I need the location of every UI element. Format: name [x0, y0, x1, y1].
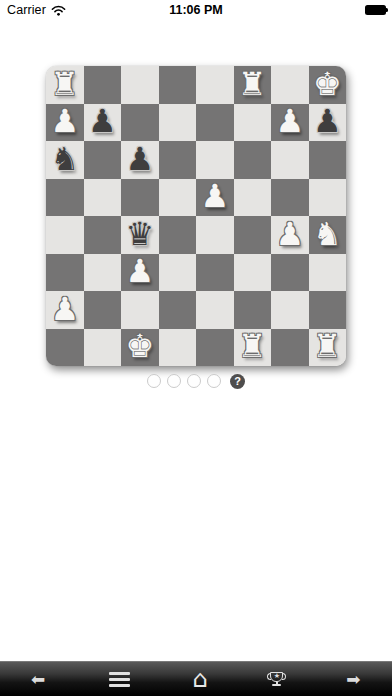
white-king: ♚ — [125, 330, 154, 362]
back-button[interactable]: ➡ — [23, 669, 53, 690]
square-g7[interactable]: ♟ — [271, 104, 309, 142]
square-c1[interactable]: ♚ — [121, 329, 159, 367]
square-a7[interactable]: ♟ — [46, 104, 84, 142]
square-b1[interactable] — [84, 329, 122, 367]
battery-icon — [365, 5, 389, 15]
square-g1[interactable] — [271, 329, 309, 367]
square-g8[interactable] — [271, 66, 309, 104]
board-area: ♜♜♚♟♟♟♟♞♟♟♛♟♞♟♟♚♜♜ ? — [0, 20, 392, 390]
white-pawn: ♟ — [125, 255, 154, 287]
square-a8[interactable]: ♜ — [46, 66, 84, 104]
white-rook: ♜ — [238, 330, 267, 362]
square-f8[interactable]: ♜ — [234, 66, 272, 104]
black-pawn: ♟ — [313, 105, 342, 137]
square-c3[interactable]: ♟ — [121, 254, 159, 292]
square-e7[interactable] — [196, 104, 234, 142]
black-pawn: ♟ — [125, 143, 154, 175]
square-c8[interactable] — [121, 66, 159, 104]
square-e1[interactable] — [196, 329, 234, 367]
trophy-icon: ★ — [270, 672, 283, 686]
square-c6[interactable]: ♟ — [121, 141, 159, 179]
square-g4[interactable]: ♟ — [271, 216, 309, 254]
square-f4[interactable] — [234, 216, 272, 254]
square-c7[interactable] — [121, 104, 159, 142]
forward-button[interactable]: ➡ — [338, 669, 368, 690]
square-d2[interactable] — [159, 291, 197, 329]
help-button[interactable]: ? — [230, 374, 245, 389]
square-h8[interactable]: ♚ — [309, 66, 347, 104]
square-e4[interactable] — [196, 216, 234, 254]
forward-arrow-icon: ➡ — [346, 671, 360, 688]
square-c4[interactable]: ♛ — [121, 216, 159, 254]
page-dot — [187, 374, 201, 388]
page-dot — [167, 374, 181, 388]
square-f3[interactable] — [234, 254, 272, 292]
status-clock: 11:06 PM — [0, 3, 392, 17]
square-g2[interactable] — [271, 291, 309, 329]
white-knight: ♞ — [313, 218, 342, 250]
square-e2[interactable] — [196, 291, 234, 329]
chess-board: ♜♜♚♟♟♟♟♞♟♟♛♟♞♟♟♚♜♜ — [46, 66, 346, 366]
square-f5[interactable] — [234, 179, 272, 217]
square-f6[interactable] — [234, 141, 272, 179]
square-b6[interactable] — [84, 141, 122, 179]
square-b8[interactable] — [84, 66, 122, 104]
page-dot — [147, 374, 161, 388]
square-h4[interactable]: ♞ — [309, 216, 347, 254]
square-d6[interactable] — [159, 141, 197, 179]
white-rook: ♜ — [238, 68, 267, 100]
square-b7[interactable]: ♟ — [84, 104, 122, 142]
square-c2[interactable] — [121, 291, 159, 329]
square-e5[interactable]: ♟ — [196, 179, 234, 217]
white-pawn: ♟ — [50, 293, 79, 325]
square-e6[interactable] — [196, 141, 234, 179]
square-d5[interactable] — [159, 179, 197, 217]
menu-icon — [109, 672, 130, 687]
square-b2[interactable] — [84, 291, 122, 329]
square-d7[interactable] — [159, 104, 197, 142]
square-e3[interactable] — [196, 254, 234, 292]
square-h2[interactable] — [309, 291, 347, 329]
page-dot — [207, 374, 221, 388]
square-a5[interactable] — [46, 179, 84, 217]
square-d1[interactable] — [159, 329, 197, 367]
square-a6[interactable]: ♞ — [46, 141, 84, 179]
back-arrow-icon: ➡ — [31, 671, 45, 688]
square-a4[interactable] — [46, 216, 84, 254]
square-h5[interactable] — [309, 179, 347, 217]
white-king: ♚ — [313, 68, 342, 100]
square-h7[interactable]: ♟ — [309, 104, 347, 142]
square-h6[interactable] — [309, 141, 347, 179]
square-b3[interactable] — [84, 254, 122, 292]
square-f1[interactable]: ♜ — [234, 329, 272, 367]
white-pawn: ♟ — [275, 218, 304, 250]
square-b5[interactable] — [84, 179, 122, 217]
square-e8[interactable] — [196, 66, 234, 104]
white-pawn: ♟ — [50, 105, 79, 137]
black-pawn: ♟ — [88, 105, 117, 137]
square-d3[interactable] — [159, 254, 197, 292]
square-f7[interactable] — [234, 104, 272, 142]
white-rook: ♜ — [50, 68, 79, 100]
square-g5[interactable] — [271, 179, 309, 217]
square-h1[interactable]: ♜ — [309, 329, 347, 367]
square-g3[interactable] — [271, 254, 309, 292]
white-pawn: ♟ — [200, 180, 229, 212]
status-bar: Carrier 11:06 PM — [0, 0, 392, 20]
page-indicator: ? — [0, 372, 392, 390]
trophy-button[interactable]: ★ — [262, 670, 291, 688]
menu-button[interactable] — [101, 670, 138, 689]
square-a3[interactable] — [46, 254, 84, 292]
square-a1[interactable] — [46, 329, 84, 367]
white-pawn: ♟ — [275, 105, 304, 137]
black-knight: ♞ — [50, 143, 79, 175]
square-b4[interactable] — [84, 216, 122, 254]
home-icon: ⌂ — [192, 669, 207, 689]
white-rook: ♜ — [313, 330, 342, 362]
home-button[interactable]: ⌂ — [184, 667, 215, 691]
square-d8[interactable] — [159, 66, 197, 104]
square-h3[interactable] — [309, 254, 347, 292]
square-d4[interactable] — [159, 216, 197, 254]
square-g6[interactable] — [271, 141, 309, 179]
square-c5[interactable] — [121, 179, 159, 217]
bottom-toolbar: ➡ ⌂ ★ ➡ — [0, 661, 392, 696]
square-a2[interactable]: ♟ — [46, 291, 84, 329]
square-f2[interactable] — [234, 291, 272, 329]
black-queen: ♛ — [125, 218, 154, 250]
